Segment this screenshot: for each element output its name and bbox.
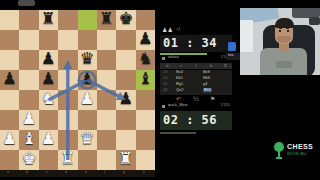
channel-logo: CHESS WOOD.RU [272,141,318,163]
square-a5[interactable]: ♟ [0,70,19,90]
coord-file-h: h [143,170,145,174]
captured-pawns-icon: ♟♟ [162,26,173,33]
player-name[interactable]: quick_Mate [168,103,188,107]
overlay-badge-text: ma [228,53,233,57]
square-g6[interactable] [116,50,135,70]
square-c6[interactable]: ♟ [39,50,58,70]
square-d5[interactable] [58,70,77,90]
takeback-button[interactable]: ↶ [176,95,181,102]
move-list[interactable]: 23Nc4Be824Kb1Nh625Rg1g426Qe2Bh5 [160,70,232,95]
square-a2[interactable]: ♟ [0,130,19,150]
webcam-feed [240,8,320,75]
move-black-25[interactable]: g4 [203,82,207,86]
overlay-badge: ma [226,53,240,60]
notification-icon[interactable] [228,42,236,51]
black-piece-f8: ♜ [97,10,116,30]
opponent-flair-icon [162,57,165,60]
coord-file-d: d [65,170,67,174]
material-advantage: ♟♟ [162,26,173,33]
chess-board[interactable]: ♜♜♚♟♟♛♞♟♟♟♝♞♟♟♟♟♝♟♛♚♜♜ [0,10,155,170]
move-number: 25 [163,82,167,86]
square-h6[interactable]: ♞ [136,50,155,70]
nav-icon-3[interactable]: » [210,62,213,68]
square-f2[interactable] [97,130,116,150]
player-clock: 02 : 56 [160,111,232,130]
move-white-23[interactable]: Nc4 [176,70,183,74]
material-score: +1 [176,27,180,31]
white-piece-e2: ♛ [78,130,97,150]
square-h3[interactable] [136,110,155,130]
move-number: 24 [163,76,167,80]
black-piece-c8: ♜ [39,10,58,30]
streamer-right-eye [287,30,289,32]
square-b3[interactable]: ♟ [19,110,38,130]
opponent-player-row: wkusa 2143 [160,55,232,62]
square-f6[interactable] [97,50,116,70]
black-piece-e6: ♛ [78,50,97,70]
move-black-24[interactable]: Nh6 [203,76,210,80]
square-g4[interactable]: ♟ [116,90,135,110]
coord-file-c: c [46,170,48,174]
white-piece-b1: ♚ [19,150,38,170]
square-a6[interactable] [0,50,19,70]
square-d2[interactable] [58,130,77,150]
player-flair-icon [162,105,165,108]
white-piece-b3: ♟ [19,110,38,130]
square-f4[interactable] [97,90,116,110]
square-h4[interactable] [136,90,155,110]
nav-icon-2[interactable]: › [195,62,197,68]
square-d8[interactable] [58,10,77,30]
square-c5[interactable]: ♟ [39,70,58,90]
move-row-26: 26Qe2Bh5 [160,88,232,94]
square-b6[interactable] [19,50,38,70]
streamer-left-brow [279,28,282,29]
square-c4[interactable]: ♞ [39,90,58,110]
square-a7[interactable] [0,30,19,50]
square-h1[interactable] [136,150,155,170]
square-e3[interactable] [78,110,97,130]
streamer-hair [275,18,294,28]
streamer-right-brow [286,28,289,29]
square-e2[interactable]: ♛ [78,130,97,150]
square-b8[interactable] [19,10,38,30]
square-b5[interactable] [19,70,38,90]
opponent-clock-time: 01 : 34 [160,35,232,52]
room-object [309,17,320,25]
square-h7[interactable]: ♟ [136,30,155,50]
black-piece-e5: ♟ [78,70,97,90]
tree-logo-base [276,157,282,159]
coord-file-f: f [104,170,105,174]
square-a3[interactable] [0,110,19,130]
player-row: quick_Mate 2133 [160,103,232,110]
logo-subtitle: WOOD.RU [287,152,306,156]
square-e1[interactable] [78,150,97,170]
square-h5[interactable]: ♝ [136,70,155,90]
nav-icon-4[interactable]: ≡ [224,62,227,68]
overlay-blob [18,0,35,6]
square-b2[interactable]: ♝ [19,130,38,150]
square-c1[interactable] [39,150,58,170]
black-piece-c6: ♟ [39,50,58,70]
square-h2[interactable] [136,130,155,150]
square-f8[interactable]: ♜ [97,10,116,30]
square-c2[interactable]: ♟ [39,130,58,150]
square-d1[interactable]: ♜ [58,150,77,170]
black-piece-a5: ♟ [0,70,19,90]
game-action-buttons[interactable]: ↶½⚑ [160,95,232,103]
square-e5[interactable]: ♟ [78,70,97,90]
square-a4[interactable] [0,90,19,110]
square-g1[interactable]: ♜ [116,150,135,170]
move-black-26[interactable]: Bh5 [203,88,212,92]
room-window-light [240,20,253,52]
white-piece-b2: ♝ [19,130,38,150]
move-black-23[interactable]: Be8 [203,70,210,74]
black-piece-g8: ♚ [116,10,135,30]
nav-icon-1[interactable]: ‹ [181,62,183,68]
square-e7[interactable] [78,30,97,50]
square-f7[interactable] [97,30,116,50]
move-number: 26 [163,88,167,92]
player-clock-time: 02 : 56 [160,111,232,130]
square-g7[interactable] [116,30,135,50]
black-piece-c5: ♟ [39,70,58,90]
black-piece-h5: ♝ [136,70,155,90]
player-time-bar [160,132,196,134]
move-white-26[interactable]: Qe2 [176,88,183,92]
square-a1[interactable] [0,150,19,170]
white-piece-d1: ♜ [58,150,77,170]
coord-file-g: g [123,170,125,174]
square-g8[interactable]: ♚ [116,10,135,30]
square-c8[interactable]: ♜ [39,10,58,30]
coord-file-b: b [26,170,28,174]
coord-file-a: a [7,170,9,174]
square-g2[interactable] [116,130,135,150]
resign-button[interactable]: ⚑ [210,95,215,102]
tshirt-graphic [276,61,292,68]
nav-icon-0[interactable]: « [166,62,169,68]
draw-button[interactable]: ½ [193,95,199,102]
white-piece-e4: ♟ [78,90,97,110]
square-d6[interactable] [58,50,77,70]
square-h8[interactable] [136,10,155,30]
square-d7[interactable] [58,30,77,50]
square-g5[interactable] [116,70,135,90]
stream-frame: ♜♜♚♟♟♛♞♟♟♟♝♞♟♟♟♟♝♟♛♚♜♜ abcdefgh ♟♟ +1 01… [0,0,320,180]
square-e6[interactable]: ♛ [78,50,97,70]
white-piece-a2: ♟ [0,130,19,150]
move-white-24[interactable]: Kb1 [176,76,183,80]
move-white-25[interactable]: Rg1 [176,82,183,86]
square-d4[interactable] [58,90,77,110]
streamer-left-eye [279,30,281,32]
black-piece-h6: ♞ [136,50,155,70]
square-a8[interactable] [0,10,19,30]
move-number: 23 [163,70,167,74]
coord-file-e: e [85,170,87,174]
square-b7[interactable] [19,30,38,50]
square-e4[interactable]: ♟ [78,90,97,110]
square-f3[interactable] [97,110,116,130]
square-c3[interactable] [39,110,58,130]
square-e8[interactable] [78,10,97,30]
white-piece-c2: ♟ [39,130,58,150]
square-c7[interactable] [39,30,58,50]
file-coordinates: abcdefgh [0,170,155,177]
square-g3[interactable] [116,110,135,130]
square-b4[interactable] [19,90,38,110]
player-rating: 2133 [221,103,230,107]
white-piece-g1: ♜ [116,150,135,170]
logo-title: CHESS [287,143,313,150]
black-piece-g4: ♟ [116,90,135,110]
square-d3[interactable] [58,110,77,130]
square-f1[interactable] [97,150,116,170]
square-b1[interactable]: ♚ [19,150,38,170]
white-piece-c4: ♞ [39,90,58,110]
square-f5[interactable] [97,70,116,90]
move-nav-toolbar[interactable]: «‹›»≡ [160,63,232,69]
opponent-clock: 01 : 34 [160,35,232,52]
opponent-name[interactable]: wkusa [168,55,179,59]
black-piece-h7: ♟ [136,30,155,50]
